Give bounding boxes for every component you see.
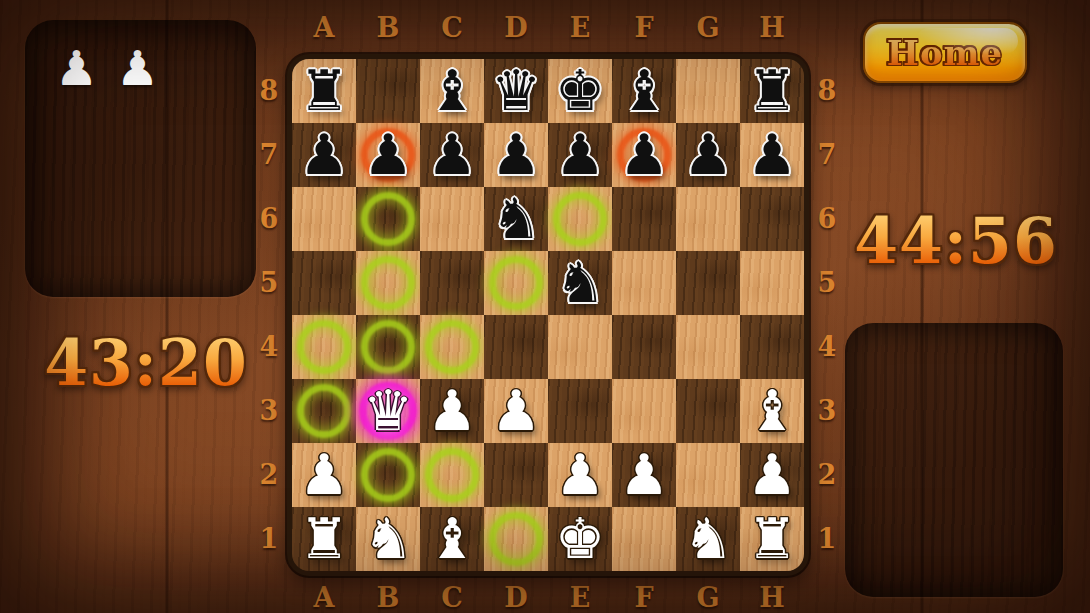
piece-white-bishop: ♝ <box>420 507 484 571</box>
square-a1[interactable]: ♜ <box>292 507 356 571</box>
piece-white-rook: ♜ <box>292 507 356 571</box>
rank-label-7: 7 <box>251 123 287 187</box>
square-d5[interactable] <box>484 251 548 315</box>
file-label-c: C <box>420 582 484 613</box>
square-f1[interactable] <box>612 507 676 571</box>
square-b6[interactable] <box>356 187 420 251</box>
piece-black-king: ♚ <box>548 59 612 123</box>
chess-board: ♜♝♛♚♝♜♟♟♟♟♟♟♟♟♞♞♛♟♟♝♟♟♟♟♜♞♝♚♞♜ <box>292 59 804 571</box>
rank-label-6: 6 <box>251 187 287 251</box>
square-a8[interactable]: ♜ <box>292 59 356 123</box>
square-b5[interactable] <box>356 251 420 315</box>
move-highlight-d5 <box>489 256 543 310</box>
square-g2[interactable] <box>676 443 740 507</box>
square-e1[interactable]: ♚ <box>548 507 612 571</box>
file-labels-top: ABCDEFGH <box>292 12 804 46</box>
square-e4[interactable] <box>548 315 612 379</box>
file-label-b: B <box>356 12 420 46</box>
rank-label-4: 4 <box>251 315 287 379</box>
square-d8[interactable]: ♛ <box>484 59 548 123</box>
square-d7[interactable]: ♟ <box>484 123 548 187</box>
file-label-b: B <box>356 582 420 613</box>
square-e6[interactable] <box>548 187 612 251</box>
piece-black-pawn: ♟ <box>612 123 676 187</box>
rank-label-3: 3 <box>809 379 845 443</box>
home-button-label: Home <box>887 33 1003 73</box>
file-label-a: A <box>292 12 356 46</box>
square-h8[interactable]: ♜ <box>740 59 804 123</box>
square-d6[interactable]: ♞ <box>484 187 548 251</box>
piece-black-pawn: ♟ <box>740 123 804 187</box>
square-h3[interactable]: ♝ <box>740 379 804 443</box>
piece-black-rook: ♜ <box>292 59 356 123</box>
piece-white-bishop: ♝ <box>740 379 804 443</box>
file-label-f: F <box>612 582 676 613</box>
square-h7[interactable]: ♟ <box>740 123 804 187</box>
piece-black-queen: ♛ <box>484 59 548 123</box>
rank-label-5: 5 <box>809 251 845 315</box>
square-c7[interactable]: ♟ <box>420 123 484 187</box>
square-a6[interactable] <box>292 187 356 251</box>
square-g8[interactable] <box>676 59 740 123</box>
left-timer: 43:20 <box>30 326 262 400</box>
piece-black-pawn: ♟ <box>484 123 548 187</box>
square-e7[interactable]: ♟ <box>548 123 612 187</box>
square-e5[interactable]: ♞ <box>548 251 612 315</box>
square-d2[interactable] <box>484 443 548 507</box>
square-c3[interactable]: ♟ <box>420 379 484 443</box>
piece-white-knight: ♞ <box>676 507 740 571</box>
rank-label-3: 3 <box>251 379 287 443</box>
square-h2[interactable]: ♟ <box>740 443 804 507</box>
rank-label-1: 1 <box>251 507 287 571</box>
piece-black-bishop: ♝ <box>612 59 676 123</box>
file-label-d: D <box>484 12 548 46</box>
file-label-c: C <box>420 12 484 46</box>
move-highlight-b4 <box>361 320 415 374</box>
square-h1[interactable]: ♜ <box>740 507 804 571</box>
square-d3[interactable]: ♟ <box>484 379 548 443</box>
file-label-e: E <box>548 12 612 46</box>
piece-white-pawn: ♟ <box>484 379 548 443</box>
file-labels-bottom: ABCDEFGH <box>292 582 804 613</box>
chess-board-frame: ♜♝♛♚♝♜♟♟♟♟♟♟♟♟♞♞♛♟♟♝♟♟♟♟♜♞♝♚♞♜ <box>287 54 809 576</box>
piece-white-pawn: ♟ <box>740 443 804 507</box>
file-label-g: G <box>676 582 740 613</box>
piece-white-rook: ♜ <box>740 507 804 571</box>
square-f6[interactable] <box>612 187 676 251</box>
square-b2[interactable] <box>356 443 420 507</box>
file-label-a: A <box>292 582 356 613</box>
file-label-g: G <box>676 12 740 46</box>
square-f2[interactable]: ♟ <box>612 443 676 507</box>
rank-label-2: 2 <box>251 443 287 507</box>
move-highlight-b5 <box>361 256 415 310</box>
square-c4[interactable] <box>420 315 484 379</box>
piece-white-queen: ♛ <box>356 379 420 443</box>
piece-black-knight: ♞ <box>548 251 612 315</box>
move-highlight-d1 <box>489 512 543 566</box>
move-highlight-c4 <box>425 320 479 374</box>
file-label-e: E <box>548 582 612 613</box>
move-highlight-a3 <box>297 384 351 438</box>
captured-white-pawn: ♟ <box>116 40 159 96</box>
square-c8[interactable]: ♝ <box>420 59 484 123</box>
piece-white-pawn: ♟ <box>612 443 676 507</box>
square-g3[interactable] <box>676 379 740 443</box>
rank-labels-left: 87654321 <box>251 59 287 571</box>
square-g5[interactable] <box>676 251 740 315</box>
square-g7[interactable]: ♟ <box>676 123 740 187</box>
square-c2[interactable] <box>420 443 484 507</box>
move-highlight-a4 <box>297 320 351 374</box>
square-a5[interactable] <box>292 251 356 315</box>
square-h6[interactable] <box>740 187 804 251</box>
captured-pieces-tray-left: ♟♟ <box>25 20 256 297</box>
file-label-h: H <box>740 12 804 46</box>
piece-black-pawn: ♟ <box>420 123 484 187</box>
captured-white-pawn: ♟ <box>55 40 98 96</box>
move-highlight-c2 <box>425 448 479 502</box>
square-h5[interactable] <box>740 251 804 315</box>
file-label-d: D <box>484 582 548 613</box>
square-g6[interactable] <box>676 187 740 251</box>
move-highlight-e6 <box>553 192 607 246</box>
file-label-f: F <box>612 12 676 46</box>
square-b1[interactable]: ♞ <box>356 507 420 571</box>
rank-label-7: 7 <box>809 123 845 187</box>
square-e2[interactable]: ♟ <box>548 443 612 507</box>
square-a7[interactable]: ♟ <box>292 123 356 187</box>
square-g4[interactable] <box>676 315 740 379</box>
piece-white-king: ♚ <box>548 507 612 571</box>
square-e3[interactable] <box>548 379 612 443</box>
piece-white-pawn: ♟ <box>292 443 356 507</box>
square-b7[interactable]: ♟ <box>356 123 420 187</box>
rank-label-2: 2 <box>809 443 845 507</box>
rank-label-4: 4 <box>809 315 845 379</box>
game-screen: ♟♟ 43:20 44:56 Home ABCDEFGH ABCDEFGH 87… <box>0 0 1090 613</box>
rank-label-8: 8 <box>251 59 287 123</box>
home-button[interactable]: Home <box>863 22 1027 83</box>
square-g1[interactable]: ♞ <box>676 507 740 571</box>
square-h4[interactable] <box>740 315 804 379</box>
square-e8[interactable]: ♚ <box>548 59 612 123</box>
move-highlight-b6 <box>361 192 415 246</box>
piece-black-pawn: ♟ <box>548 123 612 187</box>
square-f4[interactable] <box>612 315 676 379</box>
piece-black-pawn: ♟ <box>356 123 420 187</box>
square-b4[interactable] <box>356 315 420 379</box>
file-label-h: H <box>740 582 804 613</box>
square-c1[interactable]: ♝ <box>420 507 484 571</box>
rank-label-6: 6 <box>809 187 845 251</box>
square-a3[interactable] <box>292 379 356 443</box>
piece-black-pawn: ♟ <box>292 123 356 187</box>
right-timer: 44:56 <box>836 204 1076 278</box>
square-c6[interactable] <box>420 187 484 251</box>
piece-black-pawn: ♟ <box>676 123 740 187</box>
square-c5[interactable] <box>420 251 484 315</box>
square-f5[interactable] <box>612 251 676 315</box>
square-f8[interactable]: ♝ <box>612 59 676 123</box>
square-f7[interactable]: ♟ <box>612 123 676 187</box>
square-b3[interactable]: ♛ <box>356 379 420 443</box>
square-d4[interactable] <box>484 315 548 379</box>
piece-black-bishop: ♝ <box>420 59 484 123</box>
rank-label-1: 1 <box>809 507 845 571</box>
square-f3[interactable] <box>612 379 676 443</box>
rank-label-8: 8 <box>809 59 845 123</box>
captured-pieces-tray-right <box>845 323 1063 597</box>
piece-black-rook: ♜ <box>740 59 804 123</box>
square-b8[interactable] <box>356 59 420 123</box>
rank-labels-right: 87654321 <box>809 59 845 571</box>
square-a2[interactable]: ♟ <box>292 443 356 507</box>
rank-label-5: 5 <box>251 251 287 315</box>
piece-white-pawn: ♟ <box>420 379 484 443</box>
square-a4[interactable] <box>292 315 356 379</box>
piece-white-knight: ♞ <box>356 507 420 571</box>
piece-white-pawn: ♟ <box>548 443 612 507</box>
move-highlight-b2 <box>361 448 415 502</box>
piece-black-knight: ♞ <box>484 187 548 251</box>
square-d1[interactable] <box>484 507 548 571</box>
